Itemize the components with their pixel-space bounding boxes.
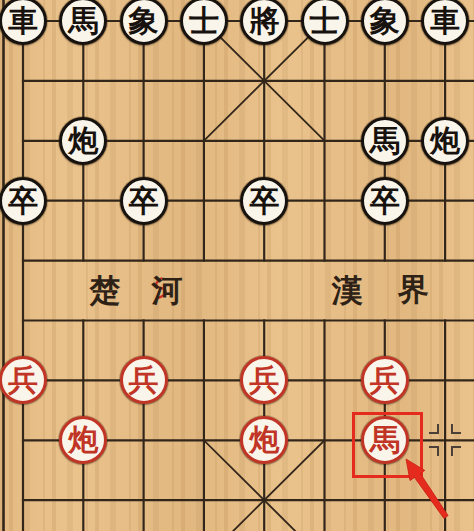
piece-black-cannon[interactable]: 炮 (421, 117, 469, 165)
piece-black-soldier[interactable]: 卒 (0, 177, 47, 225)
piece-black-horse[interactable]: 馬 (361, 117, 409, 165)
piece-black-horse[interactable]: 馬 (59, 0, 107, 45)
piece-black-elephant[interactable]: 象 (361, 0, 409, 45)
piece-black-general[interactable]: 將 (240, 0, 288, 45)
piece-black-soldier[interactable]: 卒 (240, 177, 288, 225)
piece-black-soldier[interactable]: 卒 (120, 177, 168, 225)
piece-black-advisor[interactable]: 士 (180, 0, 228, 45)
piece-black-chariot[interactable]: 車 (421, 0, 469, 45)
piece-red-cannon[interactable]: 炮 (59, 416, 107, 464)
piece-red-cannon[interactable]: 炮 (240, 416, 288, 464)
piece-red-soldier[interactable]: 兵 (361, 356, 409, 404)
piece-red-soldier[interactable]: 兵 (240, 356, 288, 404)
piece-red-soldier[interactable]: 兵 (0, 356, 47, 404)
piece-black-chariot[interactable]: 車 (0, 0, 47, 45)
piece-black-soldier[interactable]: 卒 (361, 177, 409, 225)
highlight-box (352, 412, 423, 478)
piece-black-advisor[interactable]: 士 (301, 0, 349, 45)
piece-red-soldier[interactable]: 兵 (120, 356, 168, 404)
piece-black-cannon[interactable]: 炮 (59, 117, 107, 165)
xiangqi-board[interactable]: 楚 河 漢 界 車馬象士將士象車炮馬炮卒卒卒卒兵兵兵兵炮炮馬 (0, 0, 474, 531)
piece-black-elephant[interactable]: 象 (120, 0, 168, 45)
